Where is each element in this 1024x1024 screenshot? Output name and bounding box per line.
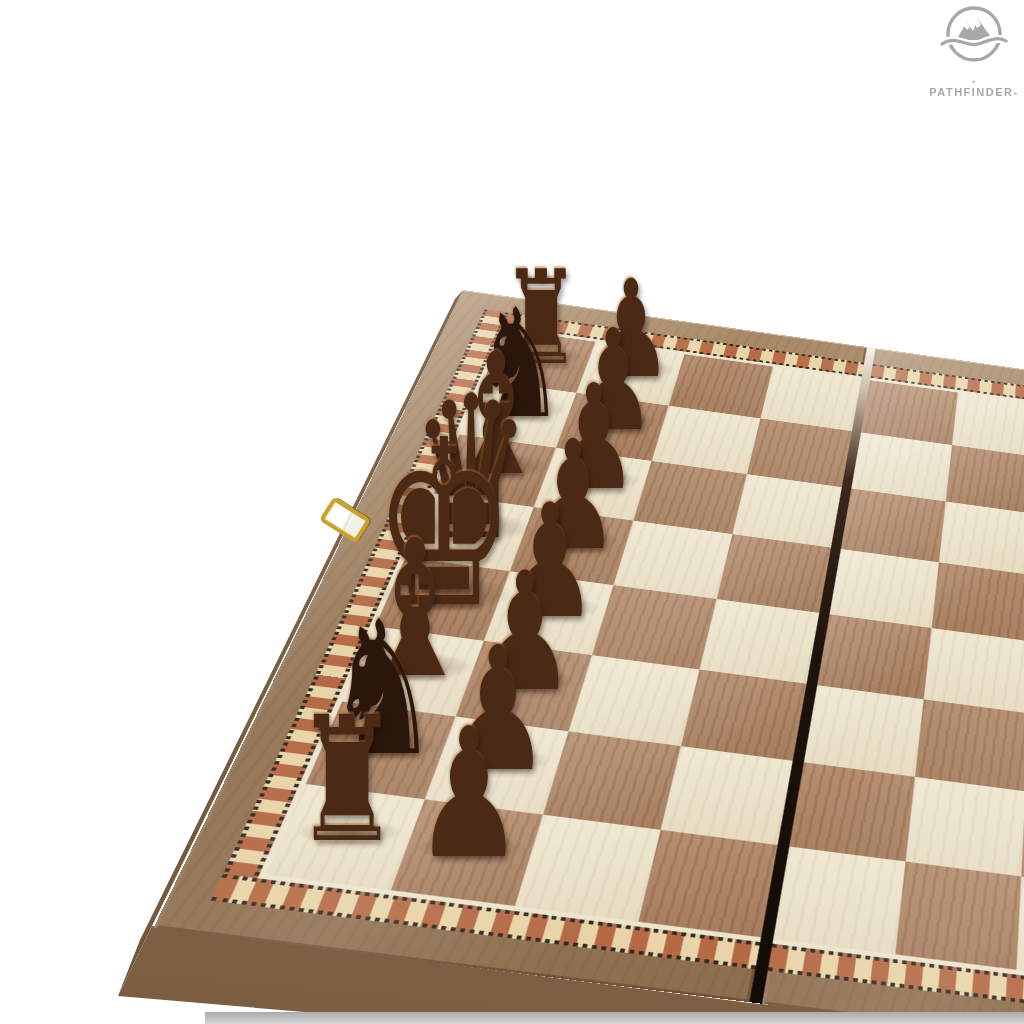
square-f3[interactable] (569, 655, 700, 746)
square-g5[interactable] (789, 762, 915, 861)
product-photo-stage: ♜♞♝♛♚♝♞♜♟♟♟♟♟♟♟♟ -PATHFINDER- (0, 0, 1024, 1024)
square-h5[interactable] (773, 846, 905, 954)
table-edge-strip (205, 1012, 1024, 1024)
square-g3[interactable] (543, 731, 681, 829)
mountain-wave-logo-icon (940, 4, 1008, 68)
square-f5[interactable] (804, 685, 924, 777)
square-h3[interactable] (515, 815, 661, 922)
square-g6[interactable] (906, 777, 1024, 877)
logo-text: -PATHFINDER- (928, 74, 1020, 98)
square-h4[interactable] (638, 830, 777, 937)
square-h6[interactable] (895, 862, 1021, 970)
square-f6[interactable] (915, 699, 1024, 791)
pathfinder-logo: -PATHFINDER- (928, 4, 1020, 98)
square-g4[interactable] (661, 746, 793, 845)
piece-rook-h1[interactable]: ♜ (295, 694, 401, 867)
piece-pawn-h2[interactable]: ♟ (414, 704, 523, 884)
square-f4[interactable] (681, 669, 807, 760)
